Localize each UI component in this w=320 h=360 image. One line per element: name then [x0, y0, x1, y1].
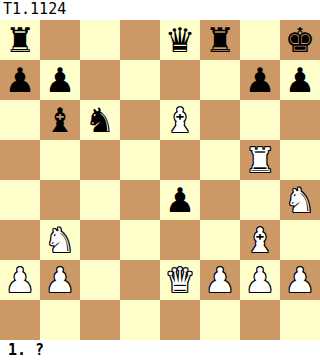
square-b2[interactable]: ♟	[40, 260, 80, 300]
piece-black-pawn: ♟	[285, 60, 315, 100]
square-b6[interactable]: ♝	[40, 100, 80, 140]
square-f1[interactable]	[200, 300, 240, 340]
square-h3[interactable]	[280, 220, 320, 260]
square-a1[interactable]	[0, 300, 40, 340]
piece-white-bishop: ♝	[165, 100, 195, 140]
square-c4[interactable]	[80, 180, 120, 220]
piece-black-bishop: ♝	[45, 100, 75, 140]
piece-white-queen: ♛	[165, 260, 195, 300]
square-b5[interactable]	[40, 140, 80, 180]
square-f2[interactable]: ♟	[200, 260, 240, 300]
square-a3[interactable]	[0, 220, 40, 260]
square-f7[interactable]	[200, 60, 240, 100]
square-e1[interactable]	[160, 300, 200, 340]
square-b3[interactable]: ♞	[40, 220, 80, 260]
piece-black-pawn: ♟	[165, 180, 195, 220]
piece-white-rook: ♜	[245, 140, 275, 180]
piece-black-rook: ♜	[5, 20, 35, 60]
square-g6[interactable]	[240, 100, 280, 140]
square-d1[interactable]	[120, 300, 160, 340]
puzzle-title: T1.1124	[0, 0, 320, 20]
square-h7[interactable]: ♟	[280, 60, 320, 100]
piece-black-king: ♚	[285, 20, 315, 60]
piece-black-knight: ♞	[85, 100, 115, 140]
piece-black-pawn: ♟	[5, 60, 35, 100]
square-b8[interactable]	[40, 20, 80, 60]
square-h2[interactable]: ♟	[280, 260, 320, 300]
square-f4[interactable]	[200, 180, 240, 220]
square-e2[interactable]: ♛	[160, 260, 200, 300]
square-d3[interactable]	[120, 220, 160, 260]
square-g8[interactable]	[240, 20, 280, 60]
square-a5[interactable]	[0, 140, 40, 180]
square-e6[interactable]: ♝	[160, 100, 200, 140]
square-g7[interactable]: ♟	[240, 60, 280, 100]
square-h8[interactable]: ♚	[280, 20, 320, 60]
square-c5[interactable]	[80, 140, 120, 180]
piece-white-pawn: ♟	[5, 260, 35, 300]
square-e3[interactable]	[160, 220, 200, 260]
piece-white-pawn: ♟	[245, 260, 275, 300]
square-g5[interactable]: ♜	[240, 140, 280, 180]
square-b7[interactable]: ♟	[40, 60, 80, 100]
square-h6[interactable]	[280, 100, 320, 140]
square-e7[interactable]	[160, 60, 200, 100]
square-g1[interactable]	[240, 300, 280, 340]
piece-black-pawn: ♟	[245, 60, 275, 100]
piece-white-pawn: ♟	[285, 260, 315, 300]
square-b4[interactable]	[40, 180, 80, 220]
piece-white-knight: ♞	[45, 220, 75, 260]
square-f6[interactable]	[200, 100, 240, 140]
square-e5[interactable]	[160, 140, 200, 180]
square-c7[interactable]	[80, 60, 120, 100]
piece-black-queen: ♛	[165, 20, 195, 60]
square-f8[interactable]: ♜	[200, 20, 240, 60]
piece-black-pawn: ♟	[45, 60, 75, 100]
square-g4[interactable]	[240, 180, 280, 220]
piece-white-bishop: ♝	[245, 220, 275, 260]
square-a8[interactable]: ♜	[0, 20, 40, 60]
square-f3[interactable]	[200, 220, 240, 260]
square-e8[interactable]: ♛	[160, 20, 200, 60]
square-h4[interactable]: ♞	[280, 180, 320, 220]
square-e4[interactable]: ♟	[160, 180, 200, 220]
square-f5[interactable]	[200, 140, 240, 180]
chess-board: ♜♛♜♚♟♟♟♟♝♞♝♜♟♞♞♝♟♟♛♟♟♟	[0, 20, 320, 340]
square-d6[interactable]	[120, 100, 160, 140]
square-a2[interactable]: ♟	[0, 260, 40, 300]
piece-white-knight: ♞	[285, 180, 315, 220]
square-d2[interactable]	[120, 260, 160, 300]
square-g3[interactable]: ♝	[240, 220, 280, 260]
piece-white-pawn: ♟	[205, 260, 235, 300]
square-c2[interactable]	[80, 260, 120, 300]
square-g2[interactable]: ♟	[240, 260, 280, 300]
square-c6[interactable]: ♞	[80, 100, 120, 140]
move-prompt: 1. ?	[0, 340, 320, 360]
piece-white-pawn: ♟	[45, 260, 75, 300]
square-a4[interactable]	[0, 180, 40, 220]
square-c3[interactable]	[80, 220, 120, 260]
square-d7[interactable]	[120, 60, 160, 100]
square-h5[interactable]	[280, 140, 320, 180]
square-d8[interactable]	[120, 20, 160, 60]
square-a7[interactable]: ♟	[0, 60, 40, 100]
square-d4[interactable]	[120, 180, 160, 220]
square-a6[interactable]	[0, 100, 40, 140]
square-d5[interactable]	[120, 140, 160, 180]
square-c8[interactable]	[80, 20, 120, 60]
square-c1[interactable]	[80, 300, 120, 340]
square-h1[interactable]	[280, 300, 320, 340]
square-b1[interactable]	[40, 300, 80, 340]
piece-black-rook: ♜	[205, 20, 235, 60]
